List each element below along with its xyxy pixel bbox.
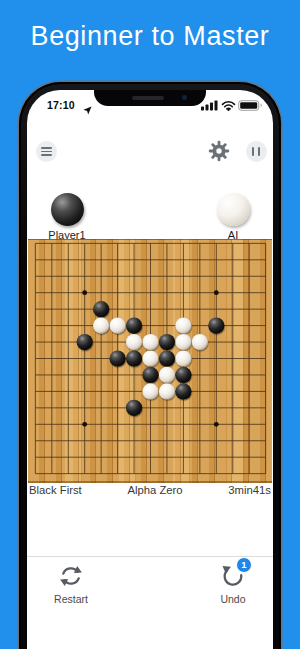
time-used-label: 3min41s bbox=[228, 484, 271, 496]
undo-count-badge: 1 bbox=[236, 557, 252, 573]
restart-icon bbox=[58, 563, 84, 589]
pause-button[interactable] bbox=[246, 141, 267, 162]
gomoku-board[interactable] bbox=[28, 239, 272, 483]
menu-button[interactable] bbox=[36, 141, 57, 162]
camera-dot bbox=[182, 95, 187, 100]
info-bar: Black First Alpha Zero 3min41s bbox=[28, 482, 272, 497]
hamburger-icon bbox=[41, 147, 53, 149]
undo-button[interactable]: 1 Undo bbox=[208, 563, 258, 605]
restart-button[interactable]: Restart bbox=[46, 563, 96, 605]
notch bbox=[94, 90, 206, 106]
undo-label: Undo bbox=[208, 593, 258, 605]
first-move-label: Black First bbox=[29, 484, 82, 496]
engine-label: Alpha Zero bbox=[127, 484, 182, 496]
gear-icon bbox=[208, 140, 230, 162]
black-player-stone bbox=[51, 193, 84, 226]
status-time: 17:10 bbox=[47, 99, 75, 111]
cellular-signal-icon bbox=[201, 100, 218, 111]
location-arrow-icon bbox=[83, 101, 92, 119]
app-store-screenshot: Beginner to Master 17:10 bbox=[0, 0, 300, 649]
restart-label: Restart bbox=[46, 593, 96, 605]
iphone-frame: 17:10 bbox=[19, 82, 281, 649]
status-icons bbox=[201, 100, 263, 111]
white-player-stone bbox=[217, 193, 250, 226]
settings-button[interactable] bbox=[208, 140, 230, 162]
phone-screen: 17:10 bbox=[27, 90, 273, 649]
speaker-slit bbox=[132, 96, 164, 100]
bottom-divider bbox=[27, 556, 273, 557]
pause-icon bbox=[252, 147, 255, 156]
battery-icon bbox=[238, 100, 263, 111]
wifi-icon bbox=[221, 100, 236, 111]
page-title: Beginner to Master bbox=[0, 21, 300, 52]
